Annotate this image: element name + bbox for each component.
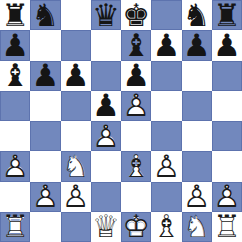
white-knight-piece[interactable]: ♞♘ (61, 151, 91, 181)
square-e3[interactable]: ♝♗ (121, 151, 151, 181)
square-h4[interactable] (212, 121, 242, 151)
square-c2[interactable]: ♟♙ (61, 182, 91, 212)
white-knight-piece[interactable]: ♞♘ (182, 212, 212, 242)
white-pawn-piece[interactable]: ♟♙ (91, 121, 121, 151)
black-pawn-piece[interactable]: ♟ (0, 30, 30, 60)
white-queen-piece[interactable]: ♛♕ (91, 212, 121, 242)
square-h8[interactable]: ♜ (212, 0, 242, 30)
square-e2[interactable] (121, 182, 151, 212)
piece-fill-glyph: ♟ (30, 61, 60, 91)
piece-fill-glyph: ♟ (121, 61, 151, 91)
piece-outline-glyph: ♙ (61, 182, 91, 212)
piece-fill-glyph: ♟ (0, 30, 30, 60)
square-h1[interactable]: ♜♖ (212, 212, 242, 242)
square-d1[interactable]: ♛♕ (91, 212, 121, 242)
square-e1[interactable]: ♚♔ (121, 212, 151, 242)
square-d8[interactable]: ♛ (91, 0, 121, 30)
square-a8[interactable]: ♜ (0, 0, 30, 30)
square-a5[interactable] (0, 91, 30, 121)
square-h6[interactable] (212, 61, 242, 91)
white-pawn-piece[interactable]: ♟♙ (30, 182, 60, 212)
piece-outline-glyph: ♔ (121, 212, 151, 242)
piece-outline-glyph: ♘ (182, 212, 212, 242)
piece-fill-glyph: ♟ (212, 30, 242, 60)
white-rook-piece[interactable]: ♜♖ (212, 212, 242, 242)
piece-outline-glyph: ♗ (121, 151, 151, 181)
black-queen-piece[interactable]: ♛ (91, 0, 121, 30)
square-e8[interactable]: ♚ (121, 0, 151, 30)
square-f5[interactable] (151, 91, 181, 121)
black-pawn-piece[interactable]: ♟ (91, 91, 121, 121)
square-d4[interactable]: ♟♙ (91, 121, 121, 151)
square-a1[interactable]: ♜♖ (0, 212, 30, 242)
square-e7[interactable]: ♝ (121, 30, 151, 60)
piece-outline-glyph: ♘ (61, 151, 91, 181)
piece-fill-glyph: ♞ (30, 0, 60, 30)
white-pawn-piece[interactable]: ♟♙ (151, 151, 181, 181)
piece-fill-glyph: ♟ (122, 92, 150, 120)
square-e5[interactable]: ♟♙ (121, 91, 151, 121)
square-g7[interactable]: ♟ (182, 30, 212, 60)
white-pawn-piece[interactable]: ♟♙ (61, 182, 91, 212)
black-king-piece[interactable]: ♚ (121, 0, 151, 30)
square-a4[interactable] (0, 121, 30, 151)
black-rook-piece[interactable]: ♜ (0, 0, 30, 30)
square-b7[interactable] (30, 30, 60, 60)
square-e6[interactable]: ♟ (121, 61, 151, 91)
black-pawn-piece[interactable]: ♟ (30, 61, 60, 91)
white-bishop-piece[interactable]: ♝♗ (151, 212, 181, 242)
piece-fill-glyph: ♜ (213, 213, 241, 241)
piece-fill-glyph: ♟ (213, 182, 241, 210)
square-a7[interactable]: ♟ (0, 30, 30, 60)
black-bishop-piece[interactable]: ♝ (121, 30, 151, 60)
piece-fill-glyph: ♛ (92, 213, 120, 241)
piece-fill-glyph: ♜ (212, 0, 242, 30)
square-c5[interactable] (61, 91, 91, 121)
piece-outline-glyph: ♙ (91, 121, 121, 151)
piece-fill-glyph: ♞ (182, 213, 210, 241)
piece-fill-glyph: ♟ (152, 152, 180, 180)
piece-outline-glyph: ♙ (0, 151, 30, 181)
square-f3[interactable]: ♟♙ (151, 151, 181, 181)
square-f6[interactable] (151, 61, 181, 91)
square-c3[interactable]: ♞♘ (61, 151, 91, 181)
square-g1[interactable]: ♞♘ (182, 212, 212, 242)
piece-fill-glyph: ♟ (91, 91, 121, 121)
square-g4[interactable] (182, 121, 212, 151)
black-knight-piece[interactable]: ♞ (182, 0, 212, 30)
piece-fill-glyph: ♝ (122, 152, 150, 180)
black-bishop-piece[interactable]: ♝ (0, 61, 30, 91)
piece-outline-glyph: ♖ (212, 212, 242, 242)
piece-outline-glyph: ♖ (0, 212, 30, 242)
square-d5[interactable]: ♟ (91, 91, 121, 121)
piece-fill-glyph: ♟ (31, 182, 59, 210)
piece-fill-glyph: ♝ (121, 30, 151, 60)
black-knight-piece[interactable]: ♞ (30, 0, 60, 30)
piece-outline-glyph: ♕ (91, 212, 121, 242)
piece-fill-glyph: ♟ (92, 122, 120, 150)
piece-fill-glyph: ♚ (122, 213, 150, 241)
square-g8[interactable]: ♞ (182, 0, 212, 30)
square-c4[interactable] (61, 121, 91, 151)
square-b2[interactable]: ♟♙ (30, 182, 60, 212)
piece-fill-glyph: ♟ (151, 30, 181, 60)
piece-fill-glyph: ♟ (1, 152, 29, 180)
square-h7[interactable]: ♟ (212, 30, 242, 60)
square-b6[interactable]: ♟ (30, 61, 60, 91)
square-g2[interactable]: ♟♙ (182, 182, 212, 212)
square-b8[interactable]: ♞ (30, 0, 60, 30)
square-g3[interactable] (182, 151, 212, 181)
piece-outline-glyph: ♙ (121, 91, 151, 121)
square-d3[interactable] (91, 151, 121, 181)
black-pawn-piece[interactable]: ♟ (61, 61, 91, 91)
black-rook-piece[interactable]: ♜ (212, 0, 242, 30)
square-a2[interactable] (0, 182, 30, 212)
square-c1[interactable] (61, 212, 91, 242)
piece-outline-glyph: ♙ (182, 182, 212, 212)
piece-fill-glyph: ♚ (121, 0, 151, 30)
square-f4[interactable] (151, 121, 181, 151)
square-b5[interactable] (30, 91, 60, 121)
piece-fill-glyph: ♝ (152, 213, 180, 241)
piece-fill-glyph: ♛ (91, 0, 121, 30)
white-king-piece[interactable]: ♚♔ (121, 212, 151, 242)
square-d2[interactable] (91, 182, 121, 212)
square-b1[interactable] (30, 212, 60, 242)
piece-fill-glyph: ♟ (61, 182, 89, 210)
black-pawn-piece[interactable]: ♟ (212, 30, 242, 60)
square-d7[interactable] (91, 30, 121, 60)
black-pawn-piece[interactable]: ♟ (121, 61, 151, 91)
white-pawn-piece[interactable]: ♟♙ (0, 151, 30, 181)
square-c7[interactable] (61, 30, 91, 60)
piece-fill-glyph: ♞ (182, 0, 212, 30)
white-pawn-piece[interactable]: ♟♙ (182, 182, 212, 212)
chess-board: ♜♞♛♚♞♜♟♝♟♟♟♝♟♟♟♟♟♙♟♙♟♙♞♘♝♗♟♙♟♙♟♙♟♙♟♙♜♖♛♕… (0, 0, 242, 242)
black-pawn-piece[interactable]: ♟ (182, 30, 212, 60)
square-b4[interactable] (30, 121, 60, 151)
piece-fill-glyph: ♜ (1, 213, 29, 241)
square-f2[interactable] (151, 182, 181, 212)
square-c6[interactable]: ♟ (61, 61, 91, 91)
white-pawn-piece[interactable]: ♟♙ (121, 91, 151, 121)
square-f7[interactable]: ♟ (151, 30, 181, 60)
piece-fill-glyph: ♟ (61, 61, 91, 91)
square-g5[interactable] (182, 91, 212, 121)
square-a3[interactable]: ♟♙ (0, 151, 30, 181)
white-pawn-piece[interactable]: ♟♙ (212, 182, 242, 212)
square-h5[interactable] (212, 91, 242, 121)
square-g6[interactable] (182, 61, 212, 91)
white-bishop-piece[interactable]: ♝♗ (121, 151, 151, 181)
square-e4[interactable] (121, 121, 151, 151)
white-rook-piece[interactable]: ♜♖ (0, 212, 30, 242)
piece-outline-glyph: ♗ (151, 212, 181, 242)
square-a6[interactable]: ♝ (0, 61, 30, 91)
piece-outline-glyph: ♙ (30, 182, 60, 212)
square-f1[interactable]: ♝♗ (151, 212, 181, 242)
black-pawn-piece[interactable]: ♟ (151, 30, 181, 60)
piece-outline-glyph: ♙ (151, 151, 181, 181)
piece-fill-glyph: ♜ (0, 0, 30, 30)
square-f8[interactable] (151, 0, 181, 30)
square-d6[interactable] (91, 61, 121, 91)
piece-outline-glyph: ♙ (212, 182, 242, 212)
square-b3[interactable] (30, 151, 60, 181)
square-h2[interactable]: ♟♙ (212, 182, 242, 212)
square-c8[interactable] (61, 0, 91, 30)
piece-fill-glyph: ♟ (182, 30, 212, 60)
piece-fill-glyph: ♟ (182, 182, 210, 210)
piece-fill-glyph: ♞ (61, 152, 89, 180)
piece-fill-glyph: ♝ (0, 61, 30, 91)
square-h3[interactable] (212, 151, 242, 181)
